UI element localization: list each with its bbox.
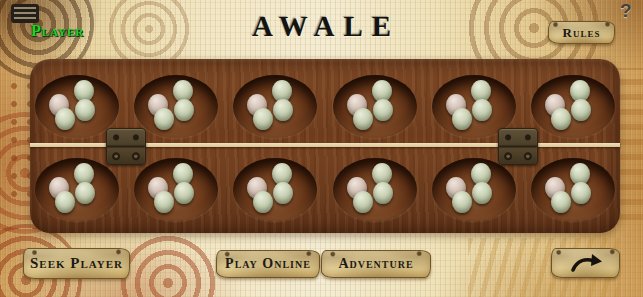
seed [571,99,591,121]
play-online-label: Play Online [225,256,311,272]
board-row-bottom [35,158,615,221]
seed [75,182,95,204]
rules-button[interactable]: Rules [548,21,615,44]
awale-game-screen: Player AWALE Rules ? Seek Player Play On… [0,0,643,297]
seed [373,182,393,204]
pit-row2-col2[interactable] [134,158,218,221]
adventure-label: Adventure [338,256,413,272]
seed [55,191,75,213]
curved-right-arrow-icon [569,253,603,273]
pit-row2-col1[interactable] [35,158,119,221]
seed [353,108,373,130]
seed [253,191,273,213]
seek-player-button[interactable]: Seek Player [23,248,130,279]
help-icon[interactable]: ? [620,0,632,22]
pit-row1-col6[interactable] [531,75,615,138]
seed [154,108,174,130]
game-title: AWALE [0,10,643,43]
seed [452,191,472,213]
seed [452,108,472,130]
seed [551,191,571,213]
play-online-button[interactable]: Play Online [216,250,320,278]
pit-row2-col4[interactable] [333,158,417,221]
seed [75,99,95,121]
seed [373,99,393,121]
seed [174,99,194,121]
pit-row1-col2[interactable] [134,75,218,138]
seed [551,108,571,130]
seed [174,182,194,204]
pit-row2-col3[interactable] [233,158,317,221]
seed [154,191,174,213]
seed [571,182,591,204]
adventure-button[interactable]: Adventure [321,250,431,278]
seek-player-label: Seek Player [30,255,123,272]
seed [472,182,492,204]
pit-row1-col4[interactable] [333,75,417,138]
seed [273,99,293,121]
tribal-motif [120,235,216,297]
pit-row1-col3[interactable] [233,75,317,138]
rules-button-label: Rules [563,25,601,41]
pit-row2-col5[interactable] [432,158,516,221]
seed [353,191,373,213]
seed [253,108,273,130]
pit-row2-col6[interactable] [531,158,615,221]
awale-board [30,59,620,233]
next-arrow-button[interactable] [551,248,620,278]
seed [472,99,492,121]
seed [273,182,293,204]
seed [55,108,75,130]
brass-hinge-left [106,128,146,165]
brass-hinge-right [498,128,538,165]
